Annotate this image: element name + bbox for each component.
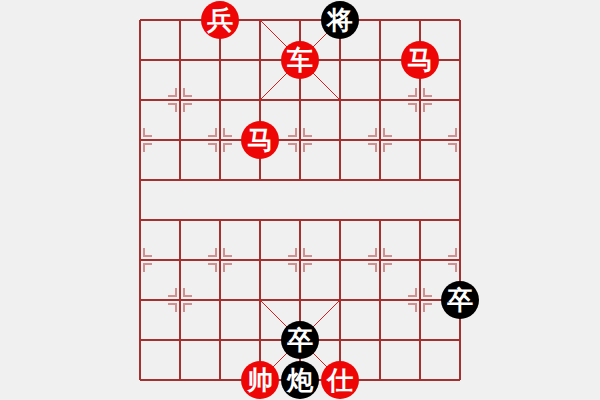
board-point[interactable] xyxy=(440,120,480,160)
board-point[interactable] xyxy=(200,320,240,360)
board-point[interactable] xyxy=(120,0,160,40)
board-point[interactable] xyxy=(360,40,400,80)
piece-black-pawn[interactable]: 卒 xyxy=(441,281,479,319)
board-point[interactable] xyxy=(320,120,360,160)
board-point[interactable] xyxy=(400,80,440,120)
board-point[interactable] xyxy=(160,40,200,80)
board-point[interactable] xyxy=(440,160,480,200)
board-point[interactable] xyxy=(160,80,200,120)
piece-red-horse[interactable]: 马 xyxy=(241,121,279,159)
board-point[interactable] xyxy=(200,160,240,200)
board-point[interactable] xyxy=(320,320,360,360)
board-point[interactable] xyxy=(360,160,400,200)
board-point[interactable]: 兵 xyxy=(200,0,240,40)
board-point[interactable] xyxy=(360,240,400,280)
board-point[interactable] xyxy=(200,240,240,280)
piece-black-cannon[interactable]: 炮 xyxy=(281,361,319,399)
board-point[interactable]: 帅 xyxy=(240,360,280,400)
board-point[interactable] xyxy=(240,200,280,240)
board-point[interactable] xyxy=(400,320,440,360)
board-point[interactable] xyxy=(360,0,400,40)
board-point[interactable] xyxy=(280,160,320,200)
board-point[interactable] xyxy=(320,280,360,320)
board-point[interactable] xyxy=(360,360,400,400)
board-point[interactable] xyxy=(160,160,200,200)
board-point[interactable] xyxy=(280,120,320,160)
board-point[interactable] xyxy=(200,40,240,80)
board-point[interactable] xyxy=(160,200,200,240)
board-point[interactable] xyxy=(440,240,480,280)
board-point[interactable] xyxy=(320,160,360,200)
board-point[interactable] xyxy=(160,280,200,320)
piece-red-pawn[interactable]: 兵 xyxy=(201,1,239,39)
board-point[interactable] xyxy=(280,280,320,320)
piece-black-pawn[interactable]: 卒 xyxy=(281,321,319,359)
board-point[interactable] xyxy=(240,0,280,40)
board-point[interactable] xyxy=(400,120,440,160)
board-point[interactable] xyxy=(200,80,240,120)
board-point[interactable] xyxy=(240,320,280,360)
piece-red-chariot[interactable]: 车 xyxy=(281,41,319,79)
board-point[interactable] xyxy=(400,200,440,240)
board-point[interactable] xyxy=(120,80,160,120)
board-point[interactable] xyxy=(120,120,160,160)
board-point[interactable] xyxy=(120,240,160,280)
board-point[interactable] xyxy=(200,280,240,320)
board-point[interactable] xyxy=(160,120,200,160)
board-point[interactable]: 马 xyxy=(400,40,440,80)
board-point[interactable] xyxy=(440,80,480,120)
board-point[interactable] xyxy=(200,360,240,400)
board-point[interactable] xyxy=(360,200,400,240)
board-point[interactable] xyxy=(400,280,440,320)
piece-black-general[interactable]: 将 xyxy=(321,1,359,39)
board-point[interactable]: 仕 xyxy=(320,360,360,400)
board-point[interactable]: 炮 xyxy=(280,360,320,400)
board-point[interactable] xyxy=(280,0,320,40)
board-point[interactable] xyxy=(280,200,320,240)
board-point[interactable] xyxy=(160,240,200,280)
board-point[interactable] xyxy=(120,280,160,320)
board-point[interactable] xyxy=(400,240,440,280)
board-point[interactable] xyxy=(400,0,440,40)
board-point[interactable] xyxy=(320,80,360,120)
board-point[interactable] xyxy=(320,40,360,80)
board-point[interactable] xyxy=(160,320,200,360)
board-point[interactable] xyxy=(160,0,200,40)
board-point[interactable] xyxy=(240,40,280,80)
board-point[interactable]: 卒 xyxy=(440,280,480,320)
board-point[interactable] xyxy=(120,40,160,80)
board-point[interactable] xyxy=(440,360,480,400)
board-point[interactable] xyxy=(280,240,320,280)
board-point[interactable] xyxy=(120,360,160,400)
xiangqi-screen: 兵将车马马卒卒帅炮仕 xyxy=(0,0,600,400)
board-point[interactable]: 车 xyxy=(280,40,320,80)
board-point[interactable] xyxy=(360,120,400,160)
piece-red-advisor[interactable]: 仕 xyxy=(321,361,359,399)
board-point[interactable] xyxy=(120,160,160,200)
board-point[interactable]: 马 xyxy=(240,120,280,160)
board-point[interactable] xyxy=(240,280,280,320)
board-point[interactable] xyxy=(360,320,400,360)
board-point[interactable]: 将 xyxy=(320,0,360,40)
board-point[interactable] xyxy=(440,200,480,240)
board-point[interactable] xyxy=(440,40,480,80)
board-point[interactable] xyxy=(200,120,240,160)
board-point[interactable] xyxy=(120,320,160,360)
board-point[interactable] xyxy=(120,200,160,240)
board-point[interactable] xyxy=(400,360,440,400)
board-point[interactable] xyxy=(440,0,480,40)
piece-red-general[interactable]: 帅 xyxy=(241,361,279,399)
board-point[interactable] xyxy=(360,280,400,320)
xiangqi-board: 兵将车马马卒卒帅炮仕 xyxy=(120,0,480,400)
board-point[interactable] xyxy=(160,360,200,400)
board-point[interactable] xyxy=(240,80,280,120)
board-point[interactable] xyxy=(240,160,280,200)
board-point[interactable] xyxy=(440,320,480,360)
board-point[interactable] xyxy=(280,80,320,120)
board-point[interactable] xyxy=(240,240,280,280)
piece-red-horse[interactable]: 马 xyxy=(401,41,439,79)
board-point[interactable] xyxy=(320,240,360,280)
board-point[interactable] xyxy=(400,160,440,200)
board-point[interactable] xyxy=(200,200,240,240)
board-point[interactable] xyxy=(360,80,400,120)
board-point[interactable] xyxy=(320,200,360,240)
board-point[interactable]: 卒 xyxy=(280,320,320,360)
